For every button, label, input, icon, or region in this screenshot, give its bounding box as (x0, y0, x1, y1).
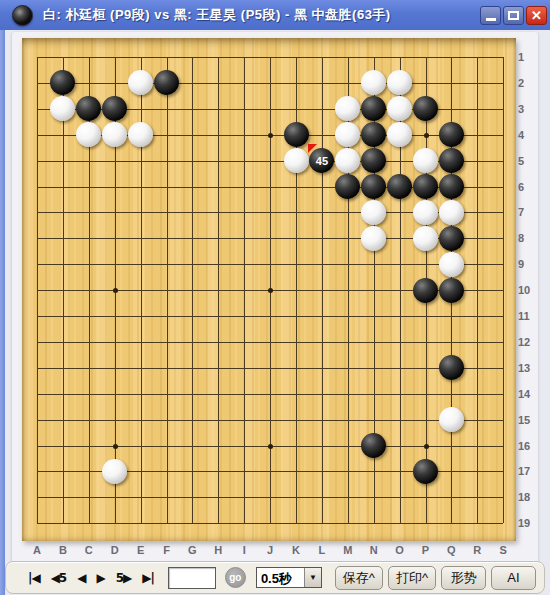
close-icon: ✕ (531, 9, 542, 22)
black-stone (76, 96, 101, 121)
column-label: N (364, 544, 384, 556)
row-label: 4 (515, 129, 535, 141)
black-stone (361, 148, 386, 173)
white-stone (387, 70, 412, 95)
row-label: 16 (515, 440, 535, 452)
column-label: L (312, 544, 332, 556)
nav-back5-button[interactable]: ◀5 (51, 571, 67, 585)
black-stone (102, 96, 127, 121)
column-label: S (493, 544, 513, 556)
delay-dropdown[interactable]: 0.5秒 ▼ (256, 567, 322, 588)
black-stone (284, 122, 309, 147)
star-point (268, 444, 273, 449)
white-stone (439, 200, 464, 225)
column-label: R (467, 544, 487, 556)
black-stone (387, 174, 412, 199)
maximize-icon (508, 11, 519, 20)
row-label: 10 (515, 284, 535, 296)
white-stone (413, 148, 438, 173)
star-point (268, 288, 273, 293)
white-stone (335, 96, 360, 121)
white-stone (439, 252, 464, 277)
black-stone (413, 96, 438, 121)
white-stone (413, 226, 438, 251)
column-label: O (390, 544, 410, 556)
row-label: 19 (515, 517, 535, 529)
row-label: 9 (515, 258, 535, 270)
column-label: K (286, 544, 306, 556)
white-stone (361, 200, 386, 225)
white-stone (50, 96, 75, 121)
black-stone (361, 122, 386, 147)
go-board[interactable]: 45 (22, 38, 516, 541)
star-point (268, 133, 273, 138)
minimize-button[interactable] (480, 6, 501, 25)
white-stone (413, 200, 438, 225)
row-label: 18 (515, 491, 535, 503)
black-stone (439, 174, 464, 199)
save-button[interactable]: 保存^ (335, 566, 383, 590)
grid-line (37, 394, 503, 395)
white-stone (361, 70, 386, 95)
white-stone (128, 70, 153, 95)
grid-line (37, 342, 503, 343)
column-label: D (105, 544, 125, 556)
star-point (113, 288, 118, 293)
row-label: 6 (515, 181, 535, 193)
row-label: 3 (515, 103, 535, 115)
go-button[interactable]: go (225, 567, 246, 588)
black-stone (439, 226, 464, 251)
star-point (424, 444, 429, 449)
grid-line (503, 57, 504, 523)
star-point (113, 444, 118, 449)
grid-line (37, 497, 503, 498)
black-stone (439, 148, 464, 173)
minimize-icon (486, 18, 496, 21)
row-label: 5 (515, 155, 535, 167)
white-stone (76, 122, 101, 147)
ai-button[interactable]: AI (491, 566, 536, 590)
delay-value: 0.5秒 (257, 568, 304, 587)
window-left-border (0, 30, 5, 595)
grid-line (37, 368, 503, 369)
row-label: 11 (515, 310, 535, 322)
maximize-button[interactable] (503, 6, 524, 25)
window-title: 白: 朴廷桓 (P9段) vs 黑: 王星昊 (P5段) - 黑 中盘胜(63手… (43, 6, 391, 24)
column-label: F (157, 544, 177, 556)
nav-forward-button[interactable]: ▶ (96, 571, 104, 585)
column-label: M (338, 544, 358, 556)
white-stone (387, 122, 412, 147)
black-stone (413, 174, 438, 199)
move-number-input[interactable] (168, 567, 216, 589)
toolbar: |◀ ◀5 ◀ ▶ 5▶ ▶| go 0.5秒 ▼ 保存^ 打印^ 形势 AI (5, 561, 545, 594)
close-button[interactable]: ✕ (526, 6, 547, 25)
grid-line (37, 420, 503, 421)
app-window: 白: 朴廷桓 (P9段) vs 黑: 王星昊 (P5段) - 黑 中盘胜(63手… (0, 0, 550, 595)
row-label: 12 (515, 336, 535, 348)
white-stone (361, 226, 386, 251)
column-label: B (53, 544, 73, 556)
column-label: C (79, 544, 99, 556)
black-stone (413, 459, 438, 484)
column-label: H (208, 544, 228, 556)
black-stone (361, 174, 386, 199)
grid-line (477, 57, 478, 523)
white-stone (128, 122, 153, 147)
white-stone (335, 122, 360, 147)
row-label: 7 (515, 206, 535, 218)
black-stone: 45 (309, 148, 334, 173)
nav-first-button[interactable]: |◀ (28, 571, 40, 585)
column-label: G (182, 544, 202, 556)
situation-button[interactable]: 形势 (441, 566, 486, 590)
row-label: 15 (515, 414, 535, 426)
white-stone (284, 148, 309, 173)
row-label: 1 (515, 51, 535, 63)
black-stone (439, 122, 464, 147)
row-label: 8 (515, 232, 535, 244)
black-stone (335, 174, 360, 199)
row-label: 17 (515, 465, 535, 477)
white-stone (102, 459, 127, 484)
column-label: I (234, 544, 254, 556)
nav-back-button[interactable]: ◀ (77, 571, 85, 585)
grid-line (322, 57, 323, 523)
white-stone (439, 407, 464, 432)
row-label: 2 (515, 77, 535, 89)
last-move-number: 45 (316, 155, 328, 167)
client-area: 45 ABCDEFGHIJKLMNOPQRS 12345678910111213… (0, 30, 550, 595)
star-point (424, 133, 429, 138)
black-stone (413, 278, 438, 303)
row-label: 13 (515, 362, 535, 374)
row-label: 14 (515, 388, 535, 400)
column-label: J (260, 544, 280, 556)
black-stone (50, 70, 75, 95)
white-stone (387, 96, 412, 121)
grid-line (37, 316, 503, 317)
black-stone (154, 70, 179, 95)
title-bar: 白: 朴廷桓 (P9段) vs 黑: 王星昊 (P5段) - 黑 中盘胜(63手… (0, 0, 550, 30)
column-label: A (27, 544, 47, 556)
chevron-down-icon[interactable]: ▼ (304, 568, 321, 587)
black-stone (361, 433, 386, 458)
black-stone (439, 355, 464, 380)
white-stone (102, 122, 127, 147)
column-label: Q (441, 544, 461, 556)
nav-forward5-button[interactable]: 5▶ (116, 571, 132, 585)
white-stone (335, 148, 360, 173)
last-move-marker-icon (308, 144, 317, 153)
grid-line (37, 523, 503, 524)
black-stone (361, 96, 386, 121)
black-stone (439, 278, 464, 303)
column-label: P (416, 544, 436, 556)
column-label: E (131, 544, 151, 556)
nav-last-button[interactable]: ▶| (142, 571, 154, 585)
print-button[interactable]: 打印^ (388, 566, 436, 590)
app-icon (12, 5, 33, 26)
